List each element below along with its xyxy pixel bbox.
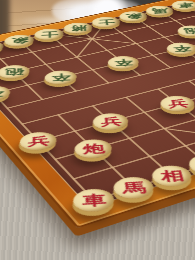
piece-character: 砲 — [182, 27, 195, 34]
xiangqi-photo: 車馬象士將士象馬車砲砲卒卒卒卒卒兵兵兵兵兵炮炮車馬相仕帥仕相馬車 — [0, 0, 195, 260]
piece-character: 炮 — [82, 143, 105, 155]
piece-character: 將 — [69, 25, 86, 32]
piece-character: 卒 — [0, 89, 4, 99]
piece-character: 馬 — [151, 7, 169, 13]
piece-character: 砲 — [4, 67, 23, 76]
piece-character: 卒 — [172, 45, 192, 53]
piece-character: 象 — [124, 13, 142, 20]
piece-character: 象 — [10, 37, 28, 45]
piece-character: 兵 — [166, 99, 188, 109]
piece-character: 相 — [159, 169, 185, 182]
piece-character: 士 — [97, 19, 114, 26]
piece-character: 兵 — [27, 135, 49, 147]
piece-character: 卒 — [114, 58, 134, 66]
piece-character: 車 — [176, 2, 194, 8]
piece-character: 馬 — [121, 181, 147, 195]
piece-character: 車 — [81, 193, 106, 208]
piece-character: 兵 — [100, 116, 122, 127]
piece-character: 卒 — [51, 73, 70, 82]
piece-character: 士 — [40, 31, 57, 38]
